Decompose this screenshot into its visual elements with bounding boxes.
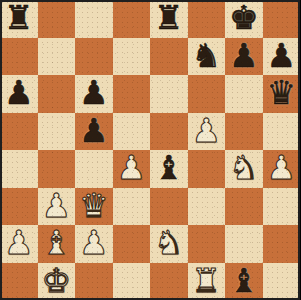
square-d2[interactable] xyxy=(113,225,151,263)
piece-black-pawn[interactable]: ♟ xyxy=(79,114,109,147)
square-c1[interactable] xyxy=(75,263,113,300)
square-e8[interactable]: ♜ xyxy=(150,0,188,38)
square-e5[interactable] xyxy=(150,113,188,151)
square-g6[interactable] xyxy=(225,75,263,113)
square-b1[interactable]: ♚ xyxy=(38,263,76,300)
square-b5[interactable] xyxy=(38,113,76,151)
piece-black-bishop[interactable]: ♝ xyxy=(154,151,184,184)
square-f2[interactable] xyxy=(188,225,226,263)
square-f1[interactable]: ♜ xyxy=(188,263,226,300)
piece-white-pawn[interactable]: ♟ xyxy=(41,189,71,222)
square-c4[interactable] xyxy=(75,150,113,188)
square-e6[interactable] xyxy=(150,75,188,113)
square-c6[interactable]: ♟ xyxy=(75,75,113,113)
piece-black-pawn[interactable]: ♟ xyxy=(266,39,296,72)
piece-white-bishop[interactable]: ♝ xyxy=(41,226,71,259)
piece-white-knight[interactable]: ♞ xyxy=(154,226,184,259)
square-d5[interactable] xyxy=(113,113,151,151)
square-a8[interactable]: ♜ xyxy=(0,0,38,38)
piece-black-bishop[interactable]: ♝ xyxy=(229,264,259,297)
piece-black-rook[interactable]: ♜ xyxy=(154,1,184,34)
square-h1[interactable] xyxy=(263,263,301,300)
square-e2[interactable]: ♞ xyxy=(150,225,188,263)
square-b6[interactable] xyxy=(38,75,76,113)
square-h2[interactable] xyxy=(263,225,301,263)
piece-white-knight[interactable]: ♞ xyxy=(229,151,259,184)
square-c8[interactable] xyxy=(75,0,113,38)
square-e7[interactable] xyxy=(150,38,188,76)
piece-white-rook[interactable]: ♜ xyxy=(191,264,221,297)
square-e3[interactable] xyxy=(150,188,188,226)
square-g8[interactable]: ♚ xyxy=(225,0,263,38)
piece-white-pawn[interactable]: ♟ xyxy=(191,114,221,147)
square-f7[interactable]: ♞ xyxy=(188,38,226,76)
square-e1[interactable] xyxy=(150,263,188,300)
square-a2[interactable]: ♟ xyxy=(0,225,38,263)
square-b4[interactable] xyxy=(38,150,76,188)
square-d1[interactable] xyxy=(113,263,151,300)
piece-black-rook[interactable]: ♜ xyxy=(4,1,34,34)
piece-white-pawn[interactable]: ♟ xyxy=(116,151,146,184)
square-h8[interactable] xyxy=(263,0,301,38)
piece-white-king[interactable]: ♚ xyxy=(41,264,71,297)
square-g7[interactable]: ♟ xyxy=(225,38,263,76)
square-a5[interactable] xyxy=(0,113,38,151)
square-g1[interactable]: ♝ xyxy=(225,263,263,300)
square-f3[interactable] xyxy=(188,188,226,226)
square-f5[interactable]: ♟ xyxy=(188,113,226,151)
square-c7[interactable] xyxy=(75,38,113,76)
square-a7[interactable] xyxy=(0,38,38,76)
square-f4[interactable] xyxy=(188,150,226,188)
square-h3[interactable] xyxy=(263,188,301,226)
square-e4[interactable]: ♝ xyxy=(150,150,188,188)
square-g5[interactable] xyxy=(225,113,263,151)
square-h4[interactable]: ♟ xyxy=(263,150,301,188)
piece-black-king[interactable]: ♚ xyxy=(229,1,259,34)
square-a1[interactable] xyxy=(0,263,38,300)
piece-black-pawn[interactable]: ♟ xyxy=(4,76,34,109)
square-c2[interactable]: ♟ xyxy=(75,225,113,263)
square-b3[interactable]: ♟ xyxy=(38,188,76,226)
square-c3[interactable]: ♛ xyxy=(75,188,113,226)
chess-board: ♜♜♚♞♟♟♟♟♛♟♟♟♝♞♟♟♛♟♝♟♞♚♜♝ xyxy=(0,0,300,300)
square-b8[interactable] xyxy=(38,0,76,38)
square-d3[interactable] xyxy=(113,188,151,226)
square-a6[interactable]: ♟ xyxy=(0,75,38,113)
piece-black-queen[interactable]: ♛ xyxy=(266,76,296,109)
square-h5[interactable] xyxy=(263,113,301,151)
piece-white-pawn[interactable]: ♟ xyxy=(79,226,109,259)
square-a3[interactable] xyxy=(0,188,38,226)
piece-white-pawn[interactable]: ♟ xyxy=(266,151,296,184)
piece-black-pawn[interactable]: ♟ xyxy=(79,76,109,109)
square-g2[interactable] xyxy=(225,225,263,263)
square-g3[interactable] xyxy=(225,188,263,226)
square-b2[interactable]: ♝ xyxy=(38,225,76,263)
square-c5[interactable]: ♟ xyxy=(75,113,113,151)
square-f6[interactable] xyxy=(188,75,226,113)
piece-white-pawn[interactable]: ♟ xyxy=(4,226,34,259)
square-g4[interactable]: ♞ xyxy=(225,150,263,188)
piece-black-pawn[interactable]: ♟ xyxy=(229,39,259,72)
square-a4[interactable] xyxy=(0,150,38,188)
piece-white-queen[interactable]: ♛ xyxy=(79,189,109,222)
square-d8[interactable] xyxy=(113,0,151,38)
square-d6[interactable] xyxy=(113,75,151,113)
square-b7[interactable] xyxy=(38,38,76,76)
square-f8[interactable] xyxy=(188,0,226,38)
square-h6[interactable]: ♛ xyxy=(263,75,301,113)
piece-black-knight[interactable]: ♞ xyxy=(191,39,221,72)
square-h7[interactable]: ♟ xyxy=(263,38,301,76)
square-d4[interactable]: ♟ xyxy=(113,150,151,188)
square-d7[interactable] xyxy=(113,38,151,76)
